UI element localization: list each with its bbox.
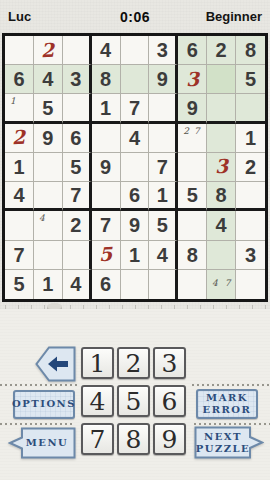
board-cell-r1c6[interactable]: 3 xyxy=(149,36,178,65)
given-digit: 2 xyxy=(70,215,81,235)
menu-button[interactable]: MENU xyxy=(8,427,76,459)
user-digit: 3 xyxy=(214,157,228,177)
board-cell-r2c8[interactable] xyxy=(207,65,236,94)
pencil-marks: 27 xyxy=(183,127,199,136)
board-cell-r7c3[interactable]: 2 xyxy=(63,211,92,240)
given-digit: 4 xyxy=(100,40,111,60)
board-cell-r5c3[interactable]: 5 xyxy=(63,153,92,182)
board-cell-r2c9[interactable]: 5 xyxy=(236,65,265,94)
keypad-button-5[interactable]: 5 xyxy=(117,385,150,417)
board-cell-r7c5[interactable]: 9 xyxy=(121,211,150,240)
board-cell-r2c2[interactable]: 4 xyxy=(34,65,63,94)
board-cell-r8c8[interactable] xyxy=(207,241,236,270)
keypad-button-6[interactable]: 6 xyxy=(153,385,186,417)
given-digit: 1 xyxy=(42,274,53,294)
given-digit: 7 xyxy=(13,245,24,265)
board-cell-r9c5[interactable] xyxy=(121,270,150,299)
board-cell-r1c5[interactable] xyxy=(121,36,150,65)
given-digit: 7 xyxy=(157,157,168,177)
user-digit: 3 xyxy=(185,69,199,89)
given-digit: 3 xyxy=(70,69,81,89)
board-cell-r5c4[interactable]: 9 xyxy=(92,153,121,182)
given-digit: 5 xyxy=(70,157,81,177)
board-cell-r2c3[interactable]: 3 xyxy=(63,65,92,94)
user-digit: 2 xyxy=(12,128,26,148)
board-cell-r7c7[interactable] xyxy=(178,211,207,240)
mark-error-line1: MARK xyxy=(206,392,248,405)
given-digit: 8 xyxy=(187,245,198,265)
sudoku-app: Luc 0:06 Beginner 2436286438935151792964… xyxy=(0,0,270,480)
pencil-marks: 4 xyxy=(39,214,45,223)
board-cell-r2c1[interactable]: 6 xyxy=(5,65,34,94)
given-digit: 1 xyxy=(157,185,168,205)
given-digit: 8 xyxy=(216,185,227,205)
given-digit: 6 xyxy=(100,274,111,294)
player-name: Luc xyxy=(8,9,31,24)
board-cell-r8c1[interactable]: 7 xyxy=(5,241,34,270)
board-cell-r6c3[interactable]: 7 xyxy=(63,182,92,211)
board-cell-r4c4[interactable] xyxy=(92,124,121,153)
pencil-marks: 1 xyxy=(10,97,16,106)
board-cell-r4c7[interactable]: 27 xyxy=(178,124,207,153)
board-cell-r8c4[interactable]: 5 xyxy=(92,241,121,270)
board-cell-r4c1[interactable]: 2 xyxy=(5,124,34,153)
board-cell-r5c9[interactable]: 2 xyxy=(236,153,265,182)
mark-error-button[interactable]: MARK ERROR xyxy=(196,389,258,419)
given-digit: 6 xyxy=(13,69,24,89)
keypad-button-4[interactable]: 4 xyxy=(81,385,114,417)
pencil-marks: 47 xyxy=(212,279,230,288)
board-cell-r5c7[interactable] xyxy=(178,153,207,182)
board-cell-r6c9[interactable] xyxy=(236,182,265,211)
board-cell-r7c9[interactable] xyxy=(236,211,265,240)
board-cell-r1c2[interactable]: 2 xyxy=(34,36,63,65)
board-cell-r3c5[interactable]: 7 xyxy=(121,94,150,123)
given-digit: 7 xyxy=(70,185,81,205)
keypad-button-7[interactable]: 7 xyxy=(81,423,114,455)
board-cell-r8c7[interactable]: 8 xyxy=(178,241,207,270)
given-digit: 1 xyxy=(129,245,140,265)
given-digit: 5 xyxy=(42,98,53,118)
board-cell-r5c5[interactable] xyxy=(121,153,150,182)
sudoku-board: 2436286438935151792964271159732476158427… xyxy=(2,33,268,302)
given-digit: 3 xyxy=(245,245,256,265)
board-cell-r7c4[interactable]: 7 xyxy=(92,211,121,240)
board-cell-r3c6[interactable] xyxy=(149,94,178,123)
given-digit: 4 xyxy=(70,274,81,294)
given-digit: 8 xyxy=(245,40,256,60)
board-cell-r6c8[interactable]: 8 xyxy=(207,182,236,211)
board-cell-r9c6[interactable] xyxy=(149,270,178,299)
board-cell-r6c7[interactable]: 5 xyxy=(178,182,207,211)
board-cell-r1c4[interactable]: 4 xyxy=(92,36,121,65)
given-digit: 1 xyxy=(245,128,256,148)
given-digit: 8 xyxy=(100,69,111,89)
given-digit: 6 xyxy=(129,185,140,205)
board-cell-r3c2[interactable]: 5 xyxy=(34,94,63,123)
keypad-button-1[interactable]: 1 xyxy=(81,347,114,379)
given-digit: 6 xyxy=(187,40,198,60)
user-digit: 5 xyxy=(98,245,112,265)
number-keypad: 123456789 xyxy=(81,347,186,455)
given-digit: 3 xyxy=(157,40,168,60)
board-cell-r9c7[interactable] xyxy=(178,270,207,299)
game-timer: 0:06 xyxy=(120,9,150,25)
given-digit: 2 xyxy=(216,40,227,60)
given-digit: 4 xyxy=(216,215,227,235)
undo-button[interactable] xyxy=(35,346,76,382)
given-digit: 4 xyxy=(42,69,53,89)
board-cell-r5c1[interactable]: 1 xyxy=(5,153,34,182)
board-cell-r3c3[interactable] xyxy=(63,94,92,123)
dotted-separator-left-top xyxy=(0,384,78,386)
board-cell-r7c2[interactable]: 4 xyxy=(34,211,63,240)
given-digit: 9 xyxy=(42,128,53,148)
board-cell-r3c1[interactable]: 1 xyxy=(5,94,34,123)
board-cell-r4c5[interactable]: 4 xyxy=(121,124,150,153)
next-puzzle-button[interactable]: NEXT PUZZLE xyxy=(194,426,264,459)
board-cell-r7c1[interactable] xyxy=(5,211,34,240)
keypad-button-9[interactable]: 9 xyxy=(153,423,186,455)
given-digit: 5 xyxy=(187,185,198,205)
given-digit: 9 xyxy=(157,69,168,89)
given-digit: 5 xyxy=(157,215,168,235)
dotted-separator-right-bottom xyxy=(194,423,270,425)
board-cell-r9c1[interactable]: 5 xyxy=(5,270,34,299)
board-cell-r3c8[interactable] xyxy=(207,94,236,123)
board-cell-r8c2[interactable] xyxy=(34,241,63,270)
dotted-separator-right-top xyxy=(192,384,270,386)
given-digit: 6 xyxy=(70,128,81,148)
given-digit: 9 xyxy=(129,215,140,235)
difficulty-label: Beginner xyxy=(206,9,262,24)
board-cell-r2c5[interactable] xyxy=(121,65,150,94)
board-cell-r9c2[interactable]: 1 xyxy=(34,270,63,299)
board-cell-r8c3[interactable] xyxy=(63,241,92,270)
board-cell-r6c2[interactable] xyxy=(34,182,63,211)
given-digit: 7 xyxy=(129,98,140,118)
given-digit: 5 xyxy=(245,69,256,89)
given-digit: 9 xyxy=(100,157,111,177)
options-button-label: OPTIONS xyxy=(12,398,76,411)
mark-error-line2: ERROR xyxy=(203,404,252,417)
board-cell-r9c9[interactable] xyxy=(236,270,265,299)
board-cell-r9c3[interactable]: 4 xyxy=(63,270,92,299)
board-cell-r7c6[interactable]: 5 xyxy=(149,211,178,240)
board-cell-r2c4[interactable]: 8 xyxy=(92,65,121,94)
board-cell-r1c8[interactable]: 2 xyxy=(207,36,236,65)
given-digit: 4 xyxy=(129,128,140,148)
dotted-separator-left-bottom xyxy=(0,423,72,425)
given-digit: 1 xyxy=(13,157,24,177)
keypad-button-2[interactable]: 2 xyxy=(117,347,150,379)
board-cell-r3c7[interactable]: 9 xyxy=(178,94,207,123)
next-puzzle-ribbon-shape xyxy=(194,426,264,459)
board-cell-r5c8[interactable]: 3 xyxy=(207,153,236,182)
board-cell-r2c7[interactable]: 3 xyxy=(178,65,207,94)
board-cell-r4c9[interactable]: 1 xyxy=(236,124,265,153)
board-cell-r9c8[interactable]: 47 xyxy=(207,270,236,299)
board-cell-r4c8[interactable] xyxy=(207,124,236,153)
board-cell-r8c6[interactable]: 4 xyxy=(149,241,178,270)
board-cell-r3c9[interactable] xyxy=(236,94,265,123)
keypad-button-8[interactable]: 8 xyxy=(117,423,150,455)
board-cell-r8c9[interactable]: 3 xyxy=(236,241,265,270)
board-cell-r1c7[interactable]: 6 xyxy=(178,36,207,65)
options-button[interactable]: OPTIONS xyxy=(13,390,75,419)
board-cell-r4c6[interactable] xyxy=(149,124,178,153)
given-digit: 9 xyxy=(187,98,198,118)
board-cell-r5c6[interactable]: 7 xyxy=(149,153,178,182)
given-digit: 4 xyxy=(157,245,168,265)
given-digit: 2 xyxy=(245,157,256,177)
board-cell-r1c3[interactable] xyxy=(63,36,92,65)
board-cell-r1c1[interactable] xyxy=(5,36,34,65)
board-cell-r4c3[interactable]: 6 xyxy=(63,124,92,153)
board-cell-r1c9[interactable]: 8 xyxy=(236,36,265,65)
board-cell-r5c2[interactable] xyxy=(34,153,63,182)
board-cell-r9c4[interactable]: 6 xyxy=(92,270,121,299)
menu-ribbon-shape xyxy=(8,427,76,459)
user-digit: 2 xyxy=(41,40,55,60)
board-cell-r7c8[interactable]: 4 xyxy=(207,211,236,240)
board-cell-r6c4[interactable] xyxy=(92,182,121,211)
board-cell-r6c5[interactable]: 6 xyxy=(121,182,150,211)
board-cell-r4c2[interactable]: 9 xyxy=(34,124,63,153)
given-digit: 5 xyxy=(13,274,24,294)
given-digit: 1 xyxy=(100,98,111,118)
undo-arrow-icon xyxy=(35,346,76,382)
board-cell-r3c4[interactable]: 1 xyxy=(92,94,121,123)
given-digit: 7 xyxy=(100,215,111,235)
board-cell-r2c6[interactable]: 9 xyxy=(149,65,178,94)
board-cell-r6c6[interactable]: 1 xyxy=(149,182,178,211)
keypad-button-3[interactable]: 3 xyxy=(153,347,186,379)
given-digit: 4 xyxy=(13,185,24,205)
scoreboard: Luc 0:06 Beginner xyxy=(0,0,270,31)
board-cell-r6c1[interactable]: 4 xyxy=(5,182,34,211)
board-cell-r8c5[interactable]: 1 xyxy=(121,241,150,270)
